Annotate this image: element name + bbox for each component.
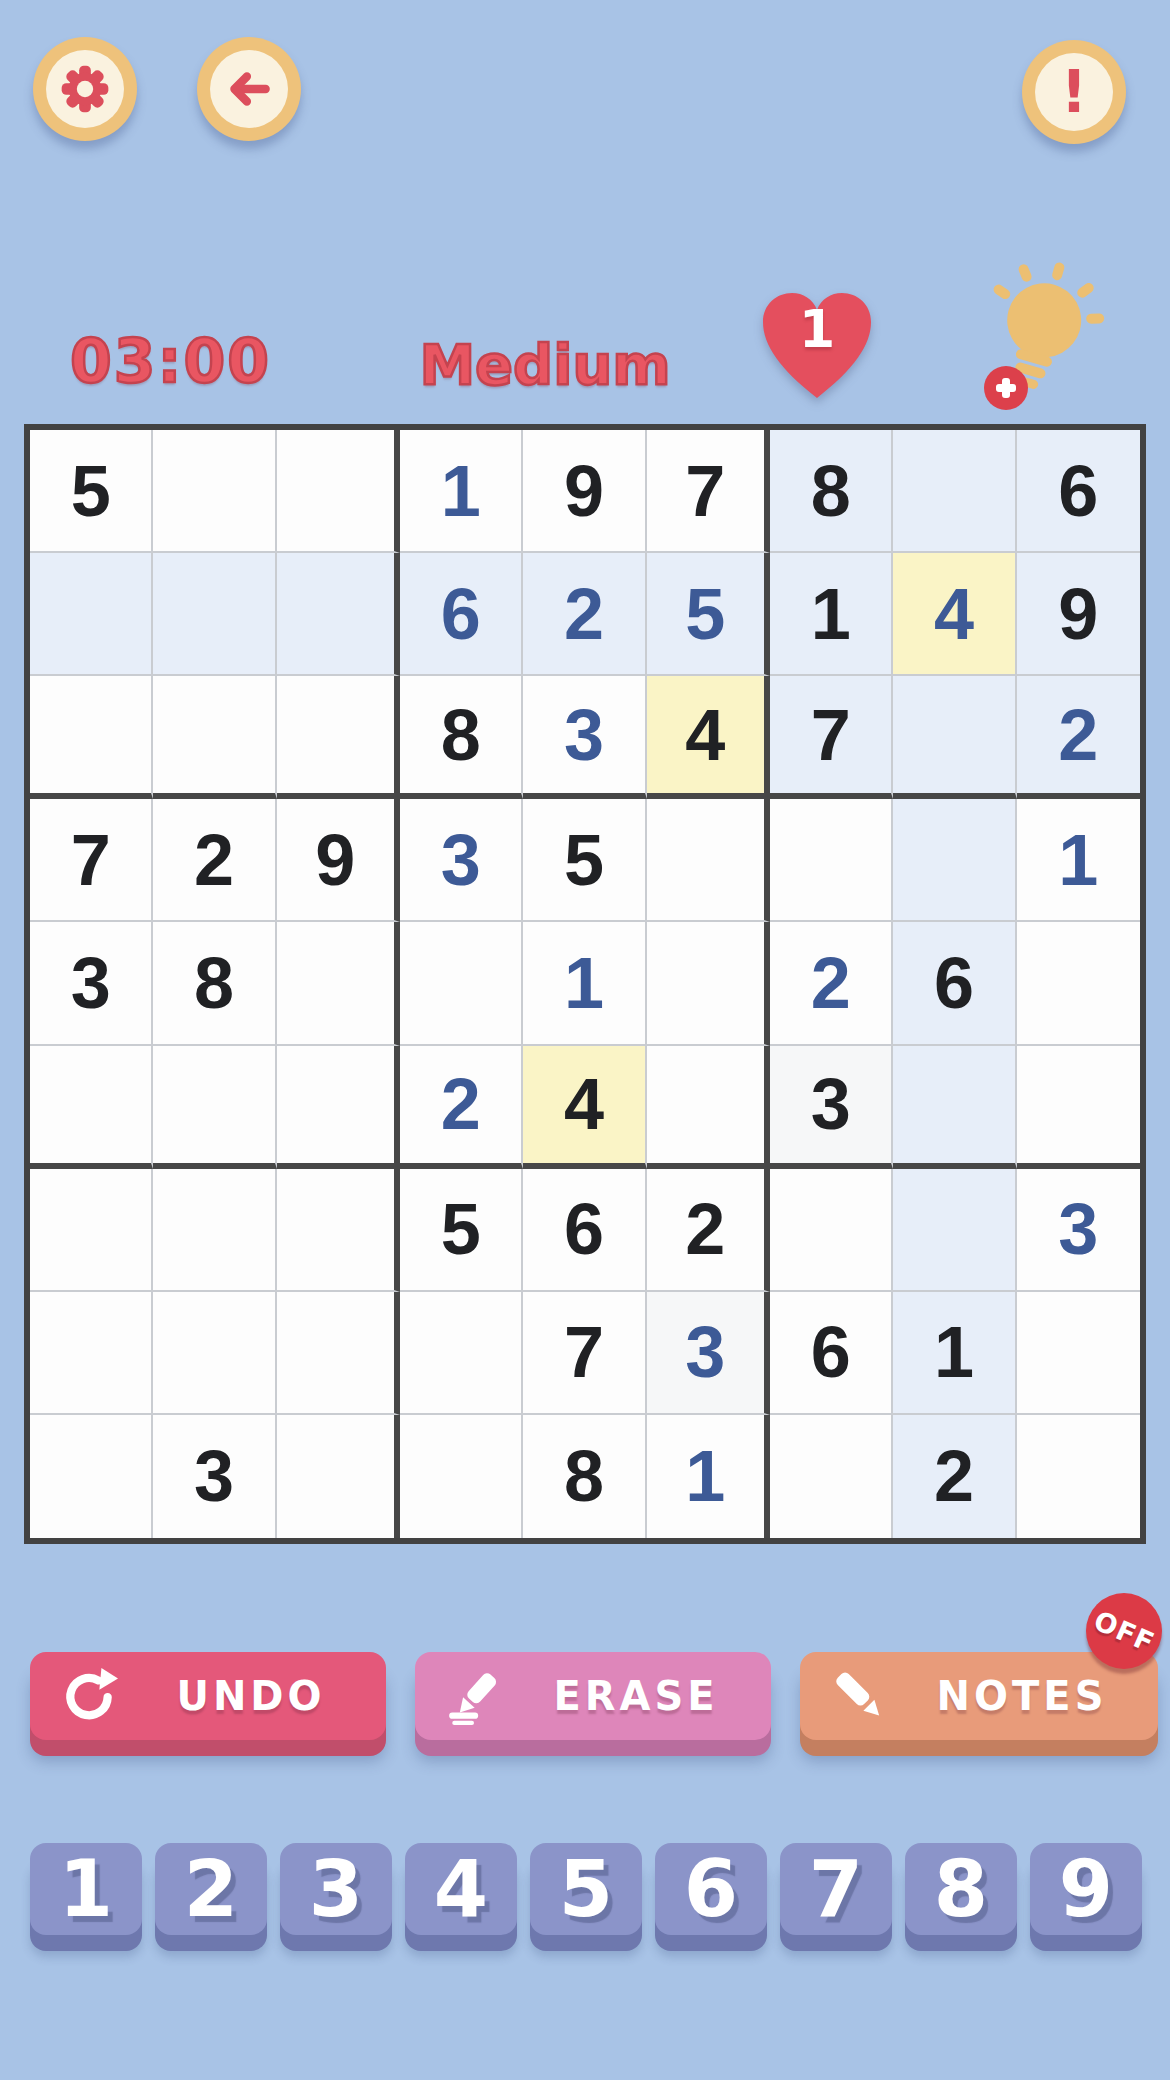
numpad-2[interactable]: 2 (155, 1843, 267, 1935)
cell-r4c7[interactable] (770, 799, 893, 922)
cell-r1c9[interactable]: 6 (1017, 430, 1140, 553)
cell-r5c4[interactable] (400, 922, 523, 1045)
hint-button[interactable] (962, 258, 1122, 418)
cell-r8c9[interactable] (1017, 1292, 1140, 1415)
numpad: 123456789 (30, 1843, 1142, 1935)
cell-r8c6[interactable]: 3 (647, 1292, 770, 1415)
cell-r8c4[interactable] (400, 1292, 523, 1415)
cell-r9c8[interactable]: 2 (893, 1415, 1016, 1538)
cell-r4c3[interactable]: 9 (277, 799, 400, 922)
cell-r9c7[interactable] (770, 1415, 893, 1538)
cell-r3c4[interactable]: 8 (400, 676, 523, 799)
cell-r6c1[interactable] (30, 1046, 153, 1169)
cell-r6c5[interactable]: 4 (523, 1046, 646, 1169)
cell-r5c6[interactable] (647, 922, 770, 1045)
cell-r6c9[interactable] (1017, 1046, 1140, 1169)
cell-r6c8[interactable] (893, 1046, 1016, 1169)
cell-r6c3[interactable] (277, 1046, 400, 1169)
cell-r2c1[interactable] (30, 553, 153, 676)
difficulty-label: Medium (330, 332, 760, 397)
cell-r8c7[interactable]: 6 (770, 1292, 893, 1415)
cell-r2c4[interactable]: 6 (400, 553, 523, 676)
cell-r7c7[interactable] (770, 1169, 893, 1292)
lives-count: 1 (752, 299, 882, 359)
cell-r8c1[interactable] (30, 1292, 153, 1415)
cell-r9c6[interactable]: 1 (647, 1415, 770, 1538)
cell-r6c2[interactable] (153, 1046, 276, 1169)
numpad-6[interactable]: 6 (655, 1843, 767, 1935)
cell-r1c5[interactable]: 9 (523, 430, 646, 553)
sudoku-board: 5197866251498347272935138126243562373613… (24, 424, 1146, 1544)
cell-r1c4[interactable]: 1 (400, 430, 523, 553)
cell-r7c8[interactable] (893, 1169, 1016, 1292)
sudoku-app: ! 03:00 Medium 1 (0, 0, 1170, 2080)
cell-r7c2[interactable] (153, 1169, 276, 1292)
cell-r5c8[interactable]: 6 (893, 922, 1016, 1045)
cell-r2c2[interactable] (153, 553, 276, 676)
cell-r2c9[interactable]: 9 (1017, 553, 1140, 676)
cell-r9c5[interactable]: 8 (523, 1415, 646, 1538)
numpad-7[interactable]: 7 (780, 1843, 892, 1935)
cell-r7c3[interactable] (277, 1169, 400, 1292)
notes-off-badge[interactable]: OFF (1086, 1593, 1162, 1669)
cell-r5c7[interactable]: 2 (770, 922, 893, 1045)
cell-r8c8[interactable]: 1 (893, 1292, 1016, 1415)
cell-r8c5[interactable]: 7 (523, 1292, 646, 1415)
cell-r4c4[interactable]: 3 (400, 799, 523, 922)
numpad-3[interactable]: 3 (280, 1843, 392, 1935)
numpad-1[interactable]: 1 (30, 1843, 142, 1935)
cell-r7c9[interactable]: 3 (1017, 1169, 1140, 1292)
numpad-4[interactable]: 4 (405, 1843, 517, 1935)
cell-r9c9[interactable] (1017, 1415, 1140, 1538)
cell-r3c8[interactable] (893, 676, 1016, 799)
cell-r6c4[interactable]: 2 (400, 1046, 523, 1169)
cell-r2c8[interactable]: 4 (893, 553, 1016, 676)
exclamation-icon: ! (1035, 53, 1113, 131)
cell-r3c6[interactable]: 4 (647, 676, 770, 799)
eraser-pencil-icon (445, 1667, 503, 1725)
numpad-8[interactable]: 8 (905, 1843, 1017, 1935)
notes-button[interactable]: NOTES (800, 1652, 1158, 1740)
lives-indicator: 1 (752, 283, 882, 411)
cell-r2c6[interactable]: 5 (647, 553, 770, 676)
erase-label: ERASE (511, 1652, 761, 1740)
cell-r5c3[interactable] (277, 922, 400, 1045)
cell-r6c6[interactable] (647, 1046, 770, 1169)
cell-r4c1[interactable]: 7 (30, 799, 153, 922)
cell-r1c7[interactable]: 8 (770, 430, 893, 553)
cell-r5c5[interactable]: 1 (523, 922, 646, 1045)
cell-r4c9[interactable]: 1 (1017, 799, 1140, 922)
cell-r8c2[interactable] (153, 1292, 276, 1415)
cell-r1c3[interactable] (277, 430, 400, 553)
pencil-icon (830, 1667, 888, 1725)
cell-r9c4[interactable] (400, 1415, 523, 1538)
cell-r2c5[interactable]: 2 (523, 553, 646, 676)
cell-r2c3[interactable] (277, 553, 400, 676)
undo-button[interactable]: UNDO (30, 1652, 386, 1740)
cell-r3c5[interactable]: 3 (523, 676, 646, 799)
cell-r5c2[interactable]: 8 (153, 922, 276, 1045)
cell-r4c5[interactable]: 5 (523, 799, 646, 922)
alert-button[interactable]: ! (1022, 40, 1126, 144)
undo-label: UNDO (126, 1652, 376, 1740)
numpad-5[interactable]: 5 (530, 1843, 642, 1935)
cell-r7c6[interactable]: 2 (647, 1169, 770, 1292)
cell-r3c9[interactable]: 2 (1017, 676, 1140, 799)
cell-r1c6[interactable]: 7 (647, 430, 770, 553)
back-arrow-icon (210, 50, 288, 128)
erase-button[interactable]: ERASE (415, 1652, 771, 1740)
cell-r3c3[interactable] (277, 676, 400, 799)
cell-r3c2[interactable] (153, 676, 276, 799)
cell-r7c5[interactable]: 6 (523, 1169, 646, 1292)
cell-r7c4[interactable]: 5 (400, 1169, 523, 1292)
cell-r9c2[interactable]: 3 (153, 1415, 276, 1538)
settings-button[interactable] (33, 37, 137, 141)
cell-r4c6[interactable] (647, 799, 770, 922)
cell-r8c3[interactable] (277, 1292, 400, 1415)
cell-r4c8[interactable] (893, 799, 1016, 922)
cell-r2c7[interactable]: 1 (770, 553, 893, 676)
undo-circular-arrow-icon (60, 1667, 118, 1725)
cell-r9c1[interactable] (30, 1415, 153, 1538)
cell-r5c1[interactable]: 3 (30, 922, 153, 1045)
cell-r4c2[interactable]: 2 (153, 799, 276, 922)
cell-r7c1[interactable] (30, 1169, 153, 1292)
hint-plus-badge (984, 366, 1028, 410)
cell-r5c9[interactable] (1017, 922, 1140, 1045)
gear-icon (46, 50, 124, 128)
cell-r1c1[interactable]: 5 (30, 430, 153, 553)
timer: 03:00 (70, 326, 271, 396)
back-button[interactable] (197, 37, 301, 141)
cell-r3c1[interactable] (30, 676, 153, 799)
cell-r1c8[interactable] (893, 430, 1016, 553)
cell-r9c3[interactable] (277, 1415, 400, 1538)
numpad-9[interactable]: 9 (1030, 1843, 1142, 1935)
cell-r3c7[interactable]: 7 (770, 676, 893, 799)
exclamation-glyph: ! (1061, 63, 1087, 121)
cell-r6c7[interactable]: 3 (770, 1046, 893, 1169)
notes-off-label: OFF (1089, 1604, 1159, 1658)
cell-r1c2[interactable] (153, 430, 276, 553)
